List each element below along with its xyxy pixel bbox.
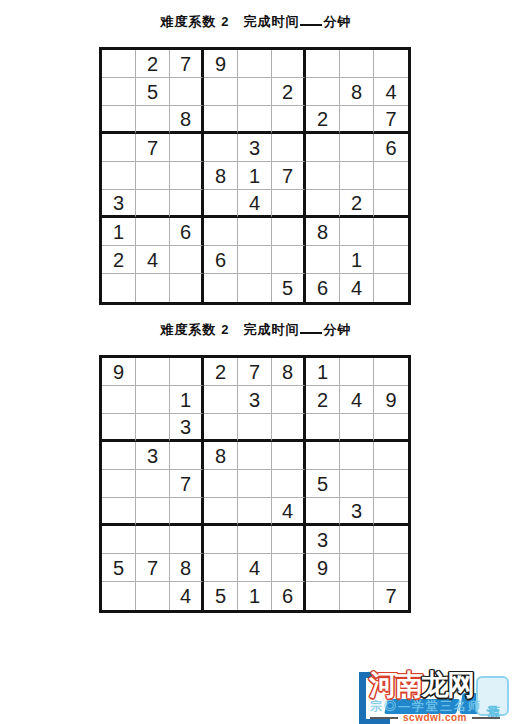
cell-r5c6 — [272, 470, 306, 498]
cell-r7c8 — [340, 526, 374, 554]
cell-r9c9 — [374, 274, 408, 302]
site-url-line: scwdwl.com — [358, 712, 512, 723]
cell-r4c5 — [238, 442, 272, 470]
cell-r4c6 — [272, 442, 306, 470]
cell-r3c4 — [204, 414, 238, 442]
cell-r3c6 — [272, 414, 306, 442]
cell-r6c1 — [102, 498, 136, 526]
cell-r7c9 — [374, 526, 408, 554]
cell-r7c2 — [136, 218, 170, 246]
cell-r1c1 — [102, 50, 136, 78]
cell-r1c3: 7 — [170, 50, 204, 78]
cell-r6c2 — [136, 190, 170, 218]
cell-r7c1: 1 — [102, 218, 136, 246]
time-blank-line — [300, 24, 322, 27]
cell-r5c8 — [340, 470, 374, 498]
time-suffix: 分钟 — [323, 321, 351, 339]
cell-r7c5 — [238, 526, 272, 554]
cell-r2c4 — [204, 386, 238, 414]
cell-r6c3 — [170, 190, 204, 218]
cell-r6c3 — [170, 498, 204, 526]
cell-r1c7 — [306, 50, 340, 78]
puzzle1-title: 难度系数 2 完成时间 分钟 — [0, 13, 512, 31]
cell-r1c2: 2 — [136, 50, 170, 78]
cell-r3c6 — [272, 106, 306, 134]
time-blank-line — [300, 332, 322, 335]
cell-r9c2 — [136, 582, 170, 610]
cell-r9c4: 5 — [204, 582, 238, 610]
cell-r2c9: 9 — [374, 386, 408, 414]
worksheet-page: 难度系数 2 完成时间 分钟 2795284827736817342168246… — [0, 0, 512, 724]
cell-r1c9 — [374, 50, 408, 78]
dash-right — [472, 717, 500, 719]
cell-r3c8 — [340, 414, 374, 442]
completion-time-label: 完成时间 分钟 — [243, 13, 351, 31]
cell-r5c9 — [374, 470, 408, 498]
cell-r4c1 — [102, 442, 136, 470]
cell-r6c7 — [306, 190, 340, 218]
cell-r8c2: 4 — [136, 246, 170, 274]
cell-r5c1 — [102, 470, 136, 498]
cell-r4c9 — [374, 442, 408, 470]
cell-r7c7: 8 — [306, 218, 340, 246]
cell-r1c4: 9 — [204, 50, 238, 78]
cell-r8c8 — [340, 554, 374, 582]
dash-left — [370, 717, 398, 719]
sudoku-grid-2: 9278113249338754335784945167 — [99, 355, 411, 613]
cell-r6c7 — [306, 498, 340, 526]
cell-r4c8 — [340, 134, 374, 162]
cell-r2c1 — [102, 78, 136, 106]
cell-r9c7: 6 — [306, 274, 340, 302]
cell-r1c6: 8 — [272, 358, 306, 386]
cell-r7c8 — [340, 218, 374, 246]
time-suffix: 分钟 — [323, 13, 351, 31]
cell-r6c4 — [204, 498, 238, 526]
cell-r8c6 — [272, 246, 306, 274]
cell-r9c5 — [238, 274, 272, 302]
cell-r4c4 — [204, 134, 238, 162]
cell-r4c7 — [306, 134, 340, 162]
cell-r2c7 — [306, 78, 340, 106]
cell-r9c3: 4 — [170, 582, 204, 610]
cell-r9c6: 5 — [272, 274, 306, 302]
cell-r3c9: 7 — [374, 106, 408, 134]
cell-r7c3 — [170, 526, 204, 554]
cell-r5c4 — [204, 470, 238, 498]
difficulty-label: 难度系数 2 — [161, 13, 230, 31]
cell-r7c5 — [238, 218, 272, 246]
cell-r2c2: 5 — [136, 78, 170, 106]
cell-r2c3: 1 — [170, 386, 204, 414]
cell-r3c1 — [102, 106, 136, 134]
cell-r5c5 — [238, 470, 272, 498]
cell-r3c2 — [136, 414, 170, 442]
cell-r5c8 — [340, 162, 374, 190]
cell-r4c7 — [306, 442, 340, 470]
cell-r4c8 — [340, 442, 374, 470]
cell-r5c7 — [306, 162, 340, 190]
cell-r2c6: 2 — [272, 78, 306, 106]
cell-r6c9 — [374, 498, 408, 526]
cell-r5c6: 7 — [272, 162, 306, 190]
cell-r6c5: 4 — [238, 190, 272, 218]
cell-r4c2: 3 — [136, 442, 170, 470]
cell-r7c2 — [136, 526, 170, 554]
cell-r2c8: 8 — [340, 78, 374, 106]
cell-r8c8: 1 — [340, 246, 374, 274]
cell-r8c1: 5 — [102, 554, 136, 582]
cell-r8c3 — [170, 246, 204, 274]
cell-r7c9 — [374, 218, 408, 246]
cell-r5c5: 1 — [238, 162, 272, 190]
cell-r1c8 — [340, 358, 374, 386]
cell-r4c2: 7 — [136, 134, 170, 162]
cell-r8c1: 2 — [102, 246, 136, 274]
brand-black-part: 龙网 — [421, 669, 473, 700]
cell-r3c9 — [374, 414, 408, 442]
cell-r9c8: 4 — [340, 274, 374, 302]
cell-r6c8: 2 — [340, 190, 374, 218]
cell-r8c2: 7 — [136, 554, 170, 582]
cell-r2c5: 3 — [238, 386, 272, 414]
cell-r2c9: 4 — [374, 78, 408, 106]
cell-r4c1 — [102, 134, 136, 162]
puzzle2-title: 难度系数 2 完成时间 分钟 — [0, 321, 512, 339]
cell-r4c5: 3 — [238, 134, 272, 162]
cell-r2c8: 4 — [340, 386, 374, 414]
brand-red-part: 河南 — [369, 669, 421, 700]
cell-r1c6 — [272, 50, 306, 78]
cell-r6c1: 3 — [102, 190, 136, 218]
cell-r2c2 — [136, 386, 170, 414]
cell-r3c7: 2 — [306, 106, 340, 134]
cell-r4c3 — [170, 442, 204, 470]
cell-r8c7: 9 — [306, 554, 340, 582]
cell-r6c5 — [238, 498, 272, 526]
cell-r5c2 — [136, 470, 170, 498]
cell-r3c5 — [238, 106, 272, 134]
cell-r9c5: 1 — [238, 582, 272, 610]
cell-r2c3 — [170, 78, 204, 106]
cell-r1c9 — [374, 358, 408, 386]
cell-r3c8 — [340, 106, 374, 134]
cell-r4c6 — [272, 134, 306, 162]
difficulty-label: 难度系数 2 — [161, 321, 230, 339]
cell-r6c2 — [136, 498, 170, 526]
cell-r8c5 — [238, 246, 272, 274]
cell-r7c6 — [272, 526, 306, 554]
cell-r9c4 — [204, 274, 238, 302]
cell-r9c2 — [136, 274, 170, 302]
cell-r2c6 — [272, 386, 306, 414]
sudoku-grid-1: 27952848277368173421682461564 — [99, 47, 411, 305]
cell-r3c4 — [204, 106, 238, 134]
cell-r5c2 — [136, 162, 170, 190]
cell-r3c1 — [102, 414, 136, 442]
site-watermark: 河南龙网 号源 宗◎—学堂三名师 scwdwl.com — [358, 668, 512, 724]
cell-r7c1 — [102, 526, 136, 554]
cell-r8c6 — [272, 554, 306, 582]
cell-r1c5: 7 — [238, 358, 272, 386]
cell-r1c1: 9 — [102, 358, 136, 386]
cell-r9c1 — [102, 274, 136, 302]
cell-r3c5 — [238, 414, 272, 442]
cell-r8c7 — [306, 246, 340, 274]
cell-r9c8 — [340, 582, 374, 610]
cell-r6c6: 4 — [272, 498, 306, 526]
cell-r4c4: 8 — [204, 442, 238, 470]
cell-r3c3: 8 — [170, 106, 204, 134]
cell-r9c7 — [306, 582, 340, 610]
cell-r5c3 — [170, 162, 204, 190]
cell-r5c9 — [374, 162, 408, 190]
cell-r8c3: 8 — [170, 554, 204, 582]
cell-r6c6 — [272, 190, 306, 218]
cell-r6c8: 3 — [340, 498, 374, 526]
cell-r3c7 — [306, 414, 340, 442]
cell-r3c3: 3 — [170, 414, 204, 442]
cell-r1c8 — [340, 50, 374, 78]
cell-r2c4 — [204, 78, 238, 106]
cell-r9c1 — [102, 582, 136, 610]
cell-r2c7: 2 — [306, 386, 340, 414]
cell-r7c7: 3 — [306, 526, 340, 554]
cell-r8c4: 6 — [204, 246, 238, 274]
cell-r4c3 — [170, 134, 204, 162]
cell-r9c9: 7 — [374, 582, 408, 610]
cell-r3c2 — [136, 106, 170, 134]
brand-wordmark: 河南龙网 — [369, 668, 473, 702]
time-prefix: 完成时间 — [243, 13, 299, 31]
cell-r6c4 — [204, 190, 238, 218]
cell-r7c4 — [204, 526, 238, 554]
cell-r7c6 — [272, 218, 306, 246]
cell-r5c3: 7 — [170, 470, 204, 498]
cell-r8c4 — [204, 554, 238, 582]
cell-r2c5 — [238, 78, 272, 106]
cell-r5c1 — [102, 162, 136, 190]
cell-r1c2 — [136, 358, 170, 386]
cell-r1c4: 2 — [204, 358, 238, 386]
cell-r8c5: 4 — [238, 554, 272, 582]
completion-time-label: 完成时间 分钟 — [243, 321, 351, 339]
cell-r7c3: 6 — [170, 218, 204, 246]
cell-r8c9 — [374, 554, 408, 582]
cell-r9c3 — [170, 274, 204, 302]
cell-r1c3 — [170, 358, 204, 386]
site-url: scwdwl.com — [403, 712, 467, 723]
cell-r5c4: 8 — [204, 162, 238, 190]
cell-r1c5 — [238, 50, 272, 78]
cell-r6c9 — [374, 190, 408, 218]
cell-r7c4 — [204, 218, 238, 246]
cell-r5c7: 5 — [306, 470, 340, 498]
cell-r8c9 — [374, 246, 408, 274]
time-prefix: 完成时间 — [243, 321, 299, 339]
cell-r9c6: 6 — [272, 582, 306, 610]
cell-r1c7: 1 — [306, 358, 340, 386]
cell-r4c9: 6 — [374, 134, 408, 162]
cell-r2c1 — [102, 386, 136, 414]
